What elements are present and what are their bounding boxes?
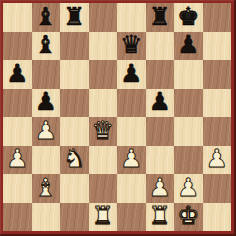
- square-a2[interactable]: [3, 174, 32, 203]
- square-d8[interactable]: [89, 3, 118, 32]
- square-c4[interactable]: [60, 117, 89, 146]
- square-h8[interactable]: [203, 3, 232, 32]
- piece-white-rook: ♜: [92, 203, 114, 228]
- square-a4[interactable]: [3, 117, 32, 146]
- square-e2[interactable]: [117, 174, 146, 203]
- piece-black-pawn: ♟: [120, 61, 142, 86]
- piece-white-pawn: ♟: [206, 146, 228, 171]
- square-c7[interactable]: [60, 32, 89, 61]
- square-b2[interactable]: ♝: [32, 174, 61, 203]
- square-b8[interactable]: ♝: [32, 3, 61, 32]
- square-d5[interactable]: [89, 89, 118, 118]
- square-c8[interactable]: ♜: [60, 3, 89, 32]
- piece-white-bishop: ♝: [35, 175, 57, 200]
- piece-black-rook: ♜: [149, 4, 171, 29]
- square-g2[interactable]: ♟: [174, 174, 203, 203]
- square-b4[interactable]: ♟: [32, 117, 61, 146]
- square-g3[interactable]: [174, 146, 203, 175]
- square-h1[interactable]: [203, 203, 232, 232]
- piece-black-pawn: ♟: [6, 61, 28, 86]
- square-a7[interactable]: [3, 32, 32, 61]
- square-b5[interactable]: ♟: [32, 89, 61, 118]
- square-f6[interactable]: [146, 60, 175, 89]
- square-a3[interactable]: ♟: [3, 146, 32, 175]
- square-e7[interactable]: ♛: [117, 32, 146, 61]
- piece-black-queen: ♛: [120, 32, 142, 57]
- piece-black-pawn: ♟: [149, 89, 171, 114]
- square-e4[interactable]: [117, 117, 146, 146]
- square-d4[interactable]: ♛: [89, 117, 118, 146]
- square-h4[interactable]: [203, 117, 232, 146]
- square-b6[interactable]: [32, 60, 61, 89]
- square-c1[interactable]: [60, 203, 89, 232]
- piece-white-pawn: ♟: [120, 146, 142, 171]
- square-g4[interactable]: [174, 117, 203, 146]
- square-d7[interactable]: [89, 32, 118, 61]
- square-a6[interactable]: ♟: [3, 60, 32, 89]
- square-c5[interactable]: [60, 89, 89, 118]
- square-b1[interactable]: [32, 203, 61, 232]
- square-h7[interactable]: [203, 32, 232, 61]
- square-g1[interactable]: ♚: [174, 203, 203, 232]
- board-frame: ♝♜♜♚♝♛♟♟♟♟♟♟♛♟♞♟♟♝♟♟♜♜♚: [0, 0, 236, 236]
- piece-white-queen: ♛: [92, 118, 114, 143]
- piece-black-pawn: ♟: [35, 89, 57, 114]
- square-d3[interactable]: [89, 146, 118, 175]
- square-g8[interactable]: ♚: [174, 3, 203, 32]
- piece-white-pawn: ♟: [177, 175, 199, 200]
- square-c6[interactable]: [60, 60, 89, 89]
- square-c2[interactable]: [60, 174, 89, 203]
- square-f1[interactable]: ♜: [146, 203, 175, 232]
- square-f3[interactable]: [146, 146, 175, 175]
- square-f5[interactable]: ♟: [146, 89, 175, 118]
- chess-board: ♝♜♜♚♝♛♟♟♟♟♟♟♛♟♞♟♟♝♟♟♜♜♚: [3, 3, 231, 231]
- square-h2[interactable]: [203, 174, 232, 203]
- square-e8[interactable]: [117, 3, 146, 32]
- square-b3[interactable]: [32, 146, 61, 175]
- piece-black-king: ♚: [177, 4, 199, 29]
- square-a8[interactable]: [3, 3, 32, 32]
- piece-white-king: ♚: [177, 203, 199, 228]
- square-e1[interactable]: [117, 203, 146, 232]
- square-f4[interactable]: [146, 117, 175, 146]
- square-e3[interactable]: ♟: [117, 146, 146, 175]
- square-a5[interactable]: [3, 89, 32, 118]
- piece-black-pawn: ♟: [177, 32, 199, 57]
- square-g5[interactable]: [174, 89, 203, 118]
- piece-white-knight: ♞: [63, 146, 85, 171]
- square-e5[interactable]: [117, 89, 146, 118]
- piece-white-rook: ♜: [149, 203, 171, 228]
- piece-white-pawn: ♟: [6, 146, 28, 171]
- square-e6[interactable]: ♟: [117, 60, 146, 89]
- square-h3[interactable]: ♟: [203, 146, 232, 175]
- piece-black-bishop: ♝: [35, 4, 57, 29]
- square-h6[interactable]: [203, 60, 232, 89]
- piece-black-rook: ♜: [63, 4, 85, 29]
- piece-white-pawn: ♟: [149, 175, 171, 200]
- square-a1[interactable]: [3, 203, 32, 232]
- square-d2[interactable]: [89, 174, 118, 203]
- square-g6[interactable]: [174, 60, 203, 89]
- square-h5[interactable]: [203, 89, 232, 118]
- piece-black-bishop: ♝: [35, 32, 57, 57]
- square-b7[interactable]: ♝: [32, 32, 61, 61]
- square-f8[interactable]: ♜: [146, 3, 175, 32]
- square-f2[interactable]: ♟: [146, 174, 175, 203]
- square-c3[interactable]: ♞: [60, 146, 89, 175]
- square-d1[interactable]: ♜: [89, 203, 118, 232]
- square-g7[interactable]: ♟: [174, 32, 203, 61]
- piece-white-pawn: ♟: [35, 118, 57, 143]
- square-f7[interactable]: [146, 32, 175, 61]
- square-d6[interactable]: [89, 60, 118, 89]
